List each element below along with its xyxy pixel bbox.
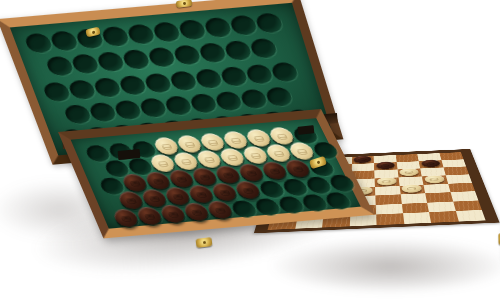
piece-recess xyxy=(152,21,182,42)
piece-recess xyxy=(126,24,156,45)
piece-recess xyxy=(92,77,122,98)
piece-recess xyxy=(214,91,243,112)
recess-slot xyxy=(96,51,126,72)
tray-recess-grid: ⛀⛀⛀⛀⛀⛀⛀⛀⛀⛀⛀⛀⛀⛂⛂⛂⛂⛂⛂⛂⛂⛂⛂⛂⛂⛂⛂⛂⛂⛂⛂⛂ xyxy=(84,126,352,222)
recess-slot xyxy=(100,26,130,47)
hinge-icon xyxy=(298,125,315,135)
piece-recess xyxy=(138,97,168,118)
recess-slot xyxy=(198,42,228,63)
piece-recess xyxy=(219,66,248,87)
recess-slot xyxy=(143,72,173,93)
recess-slot xyxy=(163,95,193,116)
tray-felt: ⛀⛀⛀⛀⛀⛀⛀⛀⛀⛀⛀⛀⛀⛂⛂⛂⛂⛂⛂⛂⛂⛂⛂⛂⛂⛂⛂⛂⛂⛂⛂⛂ xyxy=(58,109,374,238)
piece-recess xyxy=(239,88,268,109)
piece-recess xyxy=(147,47,177,68)
checker-light[interactable]: ⛀ xyxy=(424,175,445,184)
piece-recess xyxy=(194,68,224,89)
recess-slot xyxy=(177,19,207,40)
recess-slot xyxy=(152,21,182,42)
recess-slot xyxy=(168,70,198,91)
piece-recess xyxy=(163,95,193,116)
checker-dark[interactable]: ⛂ xyxy=(376,162,395,170)
piece-recess xyxy=(264,86,293,107)
recess-slot xyxy=(264,86,293,107)
piece-recess xyxy=(203,17,233,38)
recess-slot xyxy=(249,38,279,59)
piece-recess xyxy=(113,99,143,120)
recess-slot xyxy=(229,15,259,36)
piece-recess xyxy=(270,61,299,82)
recess-slot xyxy=(254,12,284,33)
open-box: ⛀⛀⛀⛀⛀⛀⛀⛀⛀⛀⛀⛀⛀⛂⛂⛂⛂⛂⛂⛂⛂⛂⛂⛂⛂⛂⛂⛂⛂⛂⛂⛂ xyxy=(0,0,372,262)
recess-slot xyxy=(121,49,151,70)
piece-recess xyxy=(172,45,202,66)
recess-slot xyxy=(239,88,268,109)
piece-recess xyxy=(189,93,218,114)
board-square-dark[interactable] xyxy=(376,214,404,226)
box-tray: ⛀⛀⛀⛀⛀⛀⛀⛀⛀⛀⛀⛀⛀⛂⛂⛂⛂⛂⛂⛂⛂⛂⛂⛂⛂⛂⛂⛂⛂⛂⛂⛂ xyxy=(58,109,370,238)
piece-recess xyxy=(229,15,259,36)
recess-slot xyxy=(203,17,233,38)
recess-slot xyxy=(147,47,177,68)
brass-clasp-icon[interactable] xyxy=(196,237,213,248)
recess-slot xyxy=(189,93,218,114)
checker-dark[interactable]: ⛂ xyxy=(421,160,441,168)
recess-slot xyxy=(118,74,148,95)
piece-recess xyxy=(118,74,148,95)
recess-slot xyxy=(126,24,156,45)
recess-slot xyxy=(219,66,248,87)
piece-recess xyxy=(121,49,151,70)
piece-recess xyxy=(100,26,130,47)
piece-recess xyxy=(143,72,173,93)
piece-recess xyxy=(245,63,274,84)
recess-slot xyxy=(172,45,202,66)
checker-light[interactable]: ⛀ xyxy=(401,184,422,193)
piece-recess xyxy=(249,38,279,59)
recess-slot xyxy=(245,63,274,84)
piece-recess xyxy=(168,70,198,91)
piece-recess xyxy=(177,19,207,40)
piece-recess xyxy=(254,12,284,33)
recess-slot xyxy=(223,40,253,61)
board-square-light[interactable] xyxy=(403,212,432,224)
recess-slot xyxy=(138,97,168,118)
checkers-set-photo: ⛂⛂⛂⛀⛀⛀⛀⛀⛀ ⛀⛀⛀⛀⛀⛀⛀⛀⛀⛀⛀⛀⛀⛂⛂⛂⛂⛂⛂⛂⛂⛂⛂⛂⛂⛂⛂⛂⛂⛂… xyxy=(0,0,500,301)
recess-slot xyxy=(113,99,143,120)
checker-light[interactable]: ⛀ xyxy=(399,168,419,176)
piece-recess xyxy=(198,42,228,63)
recess-slot xyxy=(214,91,243,112)
checker-light[interactable]: ⛀ xyxy=(377,177,397,186)
recess-slot xyxy=(194,68,224,89)
recess-slot xyxy=(92,77,122,98)
board-square-light[interactable] xyxy=(455,210,485,222)
piece-recess xyxy=(223,40,253,61)
board-square-dark[interactable] xyxy=(429,211,458,223)
recess-slot xyxy=(270,61,299,82)
piece-recess xyxy=(96,51,126,72)
